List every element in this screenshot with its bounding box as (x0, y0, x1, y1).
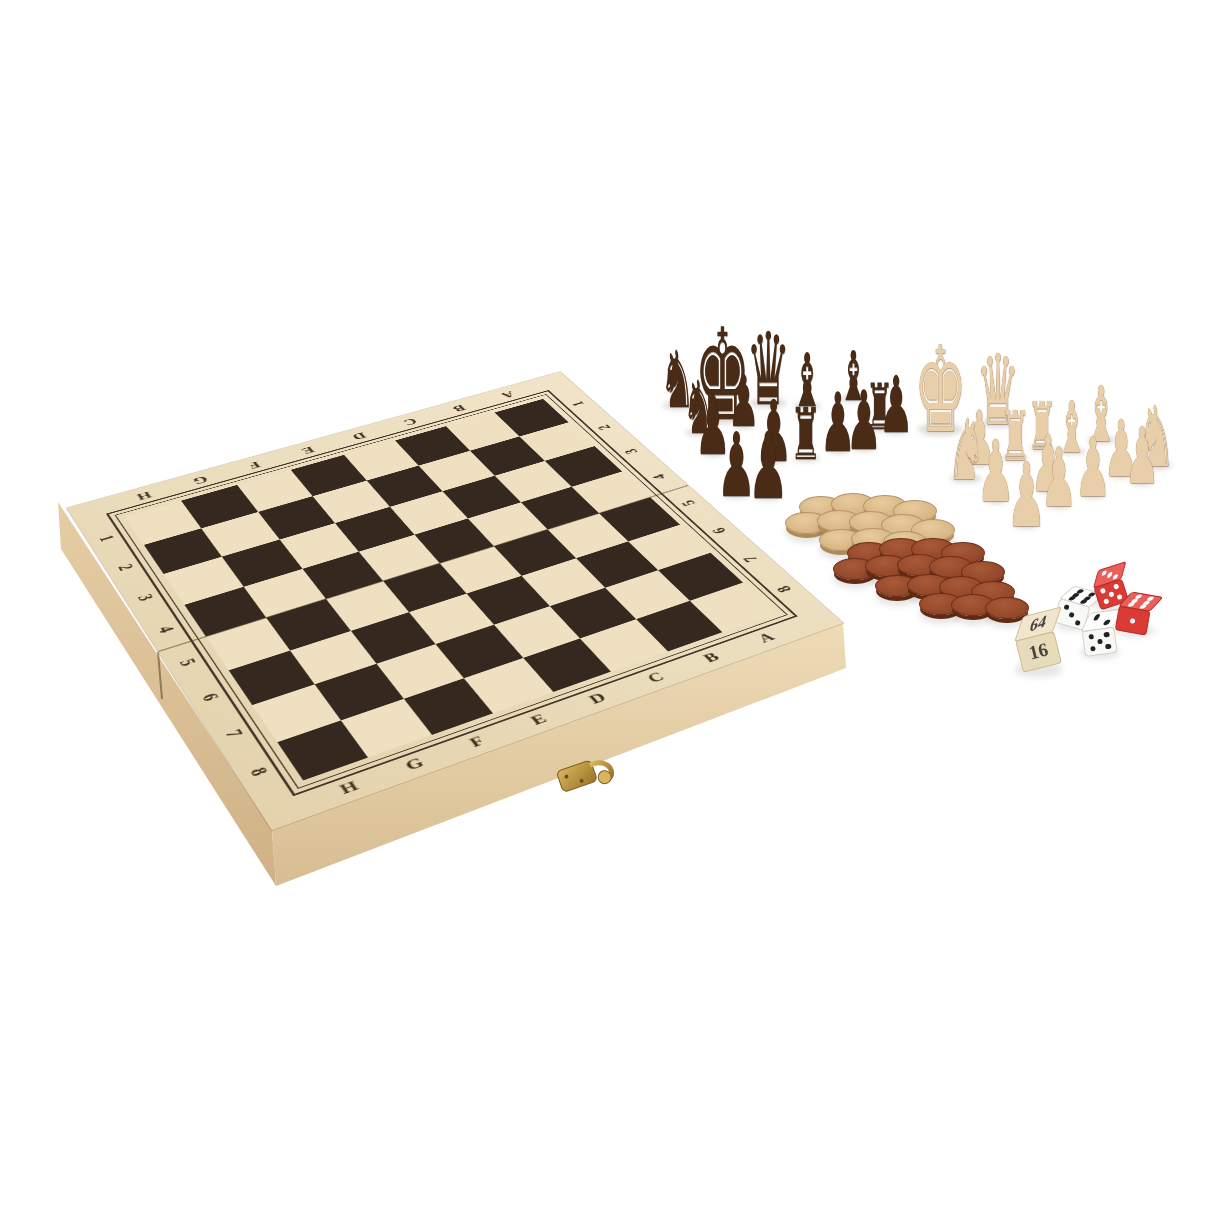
die-pip (1093, 614, 1101, 620)
dark-pawn-piece: ♟ (745, 420, 791, 513)
rank-label-near-3: 3 (134, 593, 156, 603)
rank-label-near-2: 2 (115, 563, 136, 573)
die-pip (1103, 631, 1109, 637)
rank-label-far-4: 4 (650, 473, 669, 482)
die-pip (1107, 571, 1113, 578)
rank-label-near-7: 7 (222, 728, 246, 740)
rank-label-near-8: 8 (246, 765, 270, 778)
light-pawn-piece: ♟ (1004, 451, 1049, 540)
rank-label-far-2: 2 (595, 423, 614, 431)
file-label-far-F: F (246, 460, 262, 471)
rank-label-far-3: 3 (622, 447, 641, 455)
die-front-face (1081, 626, 1117, 657)
rank-label-near-6: 6 (198, 691, 221, 703)
die-pip (1130, 618, 1136, 624)
file-label-far-E: E (299, 445, 316, 456)
die-pip (1097, 638, 1103, 644)
rank-label-far-1: 1 (569, 400, 587, 408)
light-pawn-piece: ♟ (1122, 417, 1161, 495)
rank-label-near-5: 5 (176, 657, 199, 668)
file-label-near-A: A (755, 631, 777, 645)
rank-label-far-7: 7 (741, 554, 761, 564)
red-die (1115, 590, 1152, 636)
die-pip (1103, 620, 1111, 626)
file-label-far-A: A (499, 390, 517, 400)
die-pip (1113, 584, 1119, 590)
rank-label-far-8: 8 (774, 584, 795, 594)
file-label-near-F: F (467, 734, 488, 750)
die-pip (1063, 604, 1069, 610)
file-label-far-D: D (350, 431, 368, 442)
product-photo: AA11BB22CC33DD44EE55FF66GG77HH88 ♝♛♞♝♚♛♟… (0, 0, 1214, 1214)
die-pip (1105, 643, 1111, 649)
file-label-near-E: E (528, 712, 550, 728)
file-label-far-G: G (191, 474, 210, 486)
dark-pawn-piece: ♟ (818, 382, 859, 464)
doubling-cube-front-value: 16 (1027, 639, 1051, 665)
rank-label-near-1: 1 (96, 534, 117, 543)
die-front-face (1115, 605, 1151, 636)
die-pip (1103, 599, 1109, 605)
rank-label-far-5: 5 (679, 499, 699, 508)
file-label-near-B: B (701, 650, 723, 664)
rank-label-far-6: 6 (709, 526, 729, 535)
die-pip (1108, 591, 1114, 597)
file-label-near-C: C (644, 670, 667, 685)
file-label-far-H: H (135, 490, 154, 502)
file-label-far-B: B (451, 403, 468, 413)
file-label-near-G: G (402, 756, 426, 773)
die-pip (1101, 570, 1107, 577)
die-pip (1100, 588, 1106, 594)
white-die (1079, 610, 1116, 657)
file-label-far-C: C (401, 417, 419, 427)
rank-label-near-4: 4 (155, 624, 177, 635)
file-label-near-H: H (337, 779, 361, 797)
file-label-near-D: D (586, 691, 609, 706)
die-pip (1088, 633, 1094, 639)
die-pip (1069, 612, 1075, 618)
die-pip (1090, 645, 1096, 651)
